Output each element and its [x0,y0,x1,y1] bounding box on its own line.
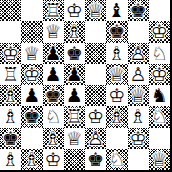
square-g3[interactable]: ♝♗ [128,106,149,127]
piece-glyph: ♗ [106,106,127,127]
square-f8[interactable]: ♝♝ [106,0,127,21]
piece-white-bishop[interactable]: ♝♗ [0,106,21,127]
piece-glyph: ♙ [128,64,149,85]
piece-white-rook[interactable]: ♜♖ [64,106,85,127]
piece-glyph: ♕ [64,128,85,149]
piece-white-knight[interactable]: ♞♘ [149,43,170,64]
piece-white-king[interactable]: ♚♔ [21,64,42,85]
piece-white-rook[interactable]: ♜♖ [43,0,64,21]
piece-glyph: ♟ [21,85,42,106]
piece-white-queen[interactable]: ♛♕ [128,85,149,106]
piece-glyph: ♕ [149,149,170,170]
chess-board-grid: ♜♖♚♔♛♕♝♝♚♚♛♕♝♗♚♚♚♔♚♔♛♕♟♟♚♚♝♗♟♙♞♘♜♖♚♔♟♟♟♟… [0,0,170,170]
square-g4[interactable]: ♛♕ [128,85,149,106]
square-h4[interactable]: ♞♞ [149,85,170,106]
piece-glyph: ♕ [128,85,149,106]
piece-glyph: ♕ [106,64,127,85]
piece-white-queen[interactable]: ♛♕ [106,64,127,85]
piece-white-queen[interactable]: ♛♕ [43,21,64,42]
square-g2[interactable]: ♚♔ [128,128,149,149]
piece-black-pawn[interactable]: ♟♟ [64,64,85,85]
square-c1[interactable]: ♚♔ [43,149,64,170]
piece-black-king[interactable]: ♚♚ [21,106,42,127]
piece-glyph: ♗ [64,21,85,42]
piece-white-knight[interactable]: ♞♘ [43,106,64,127]
square-e3[interactable]: ♚♔ [85,106,106,127]
square-e1[interactable]: ♚♚ [85,149,106,170]
piece-glyph: ♚ [128,0,149,21]
square-g1[interactable] [128,149,149,170]
piece-white-king[interactable]: ♚♔ [43,149,64,170]
piece-black-king[interactable]: ♚♚ [43,85,64,106]
piece-black-pawn[interactable]: ♟♟ [43,64,64,85]
square-e8[interactable]: ♛♕ [85,0,106,21]
piece-glyph: ♚ [0,128,21,149]
square-a4[interactable]: ♝♗ [0,85,21,106]
piece-glyph: ♚ [85,149,106,170]
square-d5[interactable]: ♟♟ [64,64,85,85]
piece-white-pawn[interactable]: ♟♙ [128,43,149,64]
square-c7[interactable]: ♛♕ [43,21,64,42]
piece-white-king[interactable]: ♚♔ [85,106,106,127]
piece-glyph: ♟ [64,64,85,85]
piece-white-bishop[interactable]: ♝♗ [106,106,127,127]
square-c6[interactable]: ♟♟ [43,43,64,64]
square-c5[interactable]: ♟♟ [43,64,64,85]
piece-glyph: ♘ [149,106,170,127]
piece-white-king[interactable]: ♚♔ [106,85,127,106]
piece-glyph: ♚ [43,85,64,106]
square-d3[interactable]: ♜♖ [64,106,85,127]
piece-glyph: ♕ [21,43,42,64]
piece-black-bishop[interactable]: ♝♝ [106,0,127,21]
piece-glyph: ♗ [21,149,42,170]
piece-white-bishop[interactable]: ♝♗ [128,106,149,127]
square-a1[interactable]: ♝♗ [0,149,21,170]
square-b5[interactable]: ♚♔ [21,64,42,85]
piece-white-king[interactable]: ♚♔ [128,128,149,149]
square-e6[interactable] [85,43,106,64]
square-f2[interactable] [106,128,127,149]
square-d7[interactable]: ♝♗ [64,21,85,42]
square-a7[interactable] [0,21,21,42]
square-h1[interactable]: ♛♕ [149,149,170,170]
piece-glyph: ♕ [85,0,106,21]
square-b1[interactable]: ♝♗ [21,149,42,170]
piece-white-pawn[interactable]: ♟♙ [85,128,106,149]
square-c4[interactable]: ♚♚ [43,85,64,106]
piece-glyph: ♔ [64,0,85,21]
piece-white-pawn[interactable]: ♟♙ [128,64,149,85]
piece-glyph: ♕ [43,21,64,42]
square-g7[interactable] [128,21,149,42]
square-e4[interactable] [85,85,106,106]
piece-glyph: ♗ [43,128,64,149]
square-c8[interactable]: ♜♖ [43,0,64,21]
piece-white-king[interactable]: ♚♔ [149,64,170,85]
piece-glyph: ♔ [128,128,149,149]
square-g8[interactable]: ♚♚ [128,0,149,21]
piece-black-king[interactable]: ♚♚ [106,21,127,42]
piece-glyph: ♚ [21,106,42,127]
square-d8[interactable]: ♚♔ [64,0,85,21]
square-f4[interactable]: ♚♔ [106,85,127,106]
piece-white-rook[interactable]: ♜♖ [0,64,21,85]
piece-glyph: ♟ [43,43,64,64]
piece-glyph: ♞ [149,85,170,106]
square-f3[interactable]: ♝♗ [106,106,127,127]
square-a2[interactable]: ♚♚ [0,128,21,149]
piece-glyph: ♙ [128,43,149,64]
square-c2[interactable]: ♝♗ [43,128,64,149]
piece-glyph: ♔ [149,64,170,85]
piece-black-pawn[interactable]: ♟♟ [43,43,64,64]
piece-glyph: ♘ [149,43,170,64]
piece-black-knight[interactable]: ♞♞ [149,85,170,106]
square-a8[interactable] [0,0,21,21]
piece-glyph: ♔ [149,21,170,42]
piece-glyph: ♟ [43,64,64,85]
piece-white-king[interactable]: ♚♔ [149,21,170,42]
piece-white-bishop[interactable]: ♝♗ [64,21,85,42]
piece-black-king[interactable]: ♚♚ [128,0,149,21]
piece-glyph: ♟ [64,85,85,106]
square-h8[interactable] [149,0,170,21]
square-b3[interactable]: ♚♚ [21,106,42,127]
square-b7[interactable] [21,21,42,42]
square-a3[interactable]: ♝♗ [0,106,21,127]
piece-glyph: ♚ [106,21,127,42]
square-a6[interactable]: ♚♔ [0,43,21,64]
square-g6[interactable]: ♟♙ [128,43,149,64]
piece-white-bishop[interactable]: ♝♗ [0,149,21,170]
piece-black-king[interactable]: ♚♚ [0,128,21,149]
piece-white-king[interactable]: ♚♔ [0,43,21,64]
piece-white-bishop[interactable]: ♝♗ [0,85,21,106]
piece-black-king[interactable]: ♚♚ [85,149,106,170]
square-e5[interactable] [85,64,106,85]
square-f1[interactable]: ♞♘ [106,149,127,170]
piece-glyph: ♘ [43,106,64,127]
piece-glyph: ♔ [43,149,64,170]
piece-glyph: ♔ [0,43,21,64]
square-e7[interactable] [85,21,106,42]
piece-glyph: ♝ [106,0,127,21]
square-b2[interactable] [21,128,42,149]
piece-glyph: ♔ [106,85,127,106]
piece-glyph: ♗ [0,106,21,127]
piece-glyph: ♗ [0,85,21,106]
chess-board: ♜♖♚♔♛♕♝♝♚♚♛♕♝♗♚♚♚♔♚♔♛♕♟♟♚♚♝♗♟♙♞♘♜♖♚♔♟♟♟♟… [0,0,172,172]
square-h2[interactable] [149,128,170,149]
square-f6[interactable]: ♝♗ [106,43,127,64]
piece-white-bishop[interactable]: ♝♗ [43,128,64,149]
piece-white-queen[interactable]: ♛♕ [21,43,42,64]
piece-white-bishop[interactable]: ♝♗ [106,43,127,64]
square-h3[interactable]: ♞♘ [149,106,170,127]
square-b8[interactable] [21,0,42,21]
piece-white-king[interactable]: ♚♔ [64,0,85,21]
piece-white-queen[interactable]: ♛♕ [64,128,85,149]
piece-glyph: ♙ [85,128,106,149]
piece-white-queen[interactable]: ♛♕ [85,0,106,21]
square-g5[interactable]: ♟♙ [128,64,149,85]
piece-glyph: ♘ [106,149,127,170]
square-h5[interactable]: ♚♔ [149,64,170,85]
piece-glyph: ♗ [0,149,21,170]
square-a5[interactable]: ♜♖ [0,64,21,85]
piece-white-bishop[interactable]: ♝♗ [21,149,42,170]
piece-glyph: ♖ [43,0,64,21]
piece-black-pawn[interactable]: ♟♟ [21,85,42,106]
square-d2[interactable]: ♛♕ [64,128,85,149]
piece-black-pawn[interactable]: ♟♟ [64,85,85,106]
square-b6[interactable]: ♛♕ [21,43,42,64]
square-d4[interactable]: ♟♟ [64,85,85,106]
piece-glyph: ♔ [21,64,42,85]
piece-glyph: ♖ [0,64,21,85]
square-b4[interactable]: ♟♟ [21,85,42,106]
square-h6[interactable]: ♞♘ [149,43,170,64]
piece-white-knight[interactable]: ♞♘ [106,149,127,170]
square-c3[interactable]: ♞♘ [43,106,64,127]
piece-black-king[interactable]: ♚♚ [64,43,85,64]
piece-white-knight[interactable]: ♞♘ [149,106,170,127]
square-f7[interactable]: ♚♚ [106,21,127,42]
square-e2[interactable]: ♟♙ [85,128,106,149]
square-h7[interactable]: ♚♔ [149,21,170,42]
piece-glyph: ♖ [64,106,85,127]
piece-glyph: ♔ [85,106,106,127]
square-d1[interactable] [64,149,85,170]
square-d6[interactable]: ♚♚ [64,43,85,64]
piece-glyph: ♗ [106,43,127,64]
piece-glyph: ♚ [64,43,85,64]
piece-glyph: ♗ [128,106,149,127]
piece-white-queen[interactable]: ♛♕ [149,149,170,170]
square-f5[interactable]: ♛♕ [106,64,127,85]
